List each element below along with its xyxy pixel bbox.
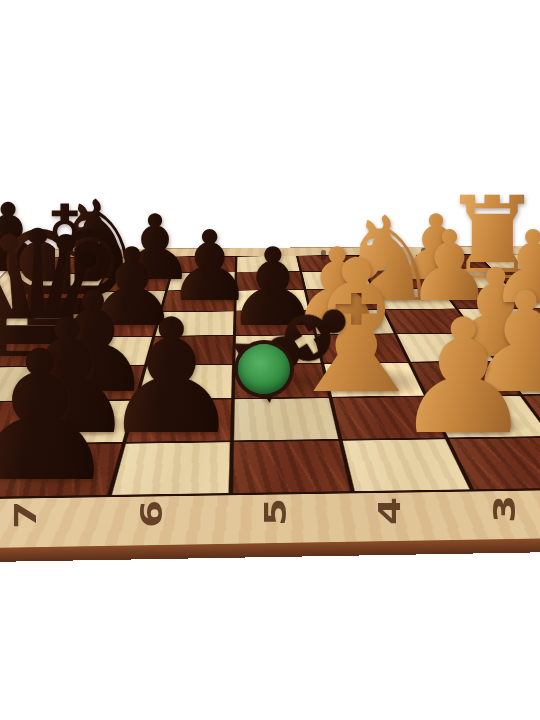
rank-label-5: 5 bbox=[258, 498, 293, 526]
chess-piece-black-pawn: ♟ bbox=[100, 298, 242, 456]
rank-label-6: 6 bbox=[133, 500, 168, 528]
rank-label-3: 3 bbox=[487, 495, 522, 523]
pieces-layer: ♚♛♞♟♟♟♟♟♟♟♟♝♟♟♞♟♟♟♟♜♝♟♟87654321 bbox=[0, 0, 540, 720]
chess-set-photo: ♚♛♞♟♟♟♟♟♟♟♟♝♟♟♞♟♟♟♟♜♝♟♟87654321 bbox=[0, 0, 540, 720]
chess-piece-black-pawn: ♟ bbox=[0, 327, 121, 507]
rank-label-4: 4 bbox=[372, 497, 407, 525]
chess-piece-white-pawn: ♟ bbox=[393, 298, 535, 456]
fallen-piece-felt-base bbox=[238, 344, 290, 394]
